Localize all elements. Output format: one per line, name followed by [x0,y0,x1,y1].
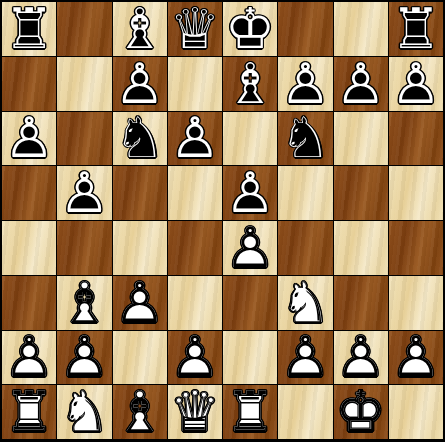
piece-white-pawn[interactable]: ♟♙ [113,276,167,330]
bishop-glyph-detail: ♗ [113,385,167,439]
square-c6[interactable]: ♞♘ [113,112,167,166]
square-d2[interactable]: ♟♙ [168,331,222,385]
square-c5[interactable] [113,166,167,220]
piece-black-pawn[interactable]: ♟♙ [278,57,332,111]
square-a8[interactable]: ♜♖ [2,2,56,56]
square-g5[interactable] [334,166,388,220]
piece-black-knight[interactable]: ♞♘ [113,112,167,166]
pawn-glyph-detail: ♙ [389,331,443,385]
piece-black-rook[interactable]: ♜♖ [2,2,56,56]
pawn-glyph-detail: ♙ [278,57,332,111]
piece-white-rook[interactable]: ♜♖ [223,385,277,439]
square-g6[interactable] [334,112,388,166]
square-c8[interactable]: ♝♗ [113,2,167,56]
piece-white-pawn[interactable]: ♟♙ [2,331,56,385]
piece-white-queen[interactable]: ♛♕ [168,385,222,439]
square-h1[interactable] [389,385,443,439]
knight-glyph-detail: ♘ [113,112,167,166]
pawn-glyph-detail: ♙ [57,166,111,220]
piece-black-pawn[interactable]: ♟♙ [334,57,388,111]
square-b8[interactable] [57,2,111,56]
square-d3[interactable] [168,276,222,330]
pawn-glyph-detail: ♙ [168,112,222,166]
pawn-glyph-detail: ♙ [278,331,332,385]
square-a5[interactable] [2,166,56,220]
square-d7[interactable] [168,57,222,111]
rook-glyph-detail: ♖ [389,2,443,56]
pawn-glyph-detail: ♙ [2,331,56,385]
square-d6[interactable]: ♟♙ [168,112,222,166]
queen-glyph-detail: ♕ [168,2,222,56]
piece-black-bishop[interactable]: ♝♗ [223,57,277,111]
square-d1[interactable]: ♛♕ [168,385,222,439]
pawn-glyph-detail: ♙ [168,331,222,385]
square-c2[interactable] [113,331,167,385]
piece-black-pawn[interactable]: ♟♙ [389,57,443,111]
pawn-glyph-detail: ♙ [334,57,388,111]
piece-white-knight[interactable]: ♞♘ [278,276,332,330]
rook-glyph-detail: ♖ [2,2,56,56]
piece-black-knight[interactable]: ♞♘ [278,112,332,166]
square-c7[interactable]: ♟♙ [113,57,167,111]
pawn-glyph-detail: ♙ [2,112,56,166]
bishop-glyph-detail: ♗ [57,276,111,330]
piece-black-pawn[interactable]: ♟♙ [57,166,111,220]
square-c3[interactable]: ♟♙ [113,276,167,330]
piece-white-king[interactable]: ♚♔ [334,385,388,439]
square-b7[interactable] [57,57,111,111]
square-d5[interactable] [168,166,222,220]
square-g2[interactable]: ♟♙ [334,331,388,385]
pawn-glyph-detail: ♙ [113,57,167,111]
piece-black-king[interactable]: ♚♔ [223,2,277,56]
pawn-glyph-detail: ♙ [389,57,443,111]
square-c1[interactable]: ♝♗ [113,385,167,439]
square-g4[interactable] [334,221,388,275]
square-g1[interactable]: ♚♔ [334,385,388,439]
square-e1[interactable]: ♜♖ [223,385,277,439]
pawn-glyph-detail: ♙ [223,166,277,220]
bishop-glyph-detail: ♗ [113,2,167,56]
square-f5[interactable] [278,166,332,220]
piece-black-rook[interactable]: ♜♖ [389,2,443,56]
square-d4[interactable] [168,221,222,275]
square-a6[interactable]: ♟♙ [2,112,56,166]
square-a1[interactable]: ♜♖ [2,385,56,439]
square-h4[interactable] [389,221,443,275]
square-b6[interactable] [57,112,111,166]
piece-white-pawn[interactable]: ♟♙ [223,221,277,275]
bishop-glyph-detail: ♗ [223,57,277,111]
square-g3[interactable] [334,276,388,330]
piece-white-bishop[interactable]: ♝♗ [113,385,167,439]
square-f7[interactable]: ♟♙ [278,57,332,111]
square-f2[interactable]: ♟♙ [278,331,332,385]
queen-glyph-detail: ♕ [168,385,222,439]
piece-black-pawn[interactable]: ♟♙ [2,112,56,166]
piece-white-pawn[interactable]: ♟♙ [278,331,332,385]
square-h6[interactable] [389,112,443,166]
piece-white-pawn[interactable]: ♟♙ [168,331,222,385]
square-f1[interactable] [278,385,332,439]
square-a7[interactable] [2,57,56,111]
square-g7[interactable]: ♟♙ [334,57,388,111]
rook-glyph-detail: ♖ [223,385,277,439]
square-b4[interactable] [57,221,111,275]
piece-black-pawn[interactable]: ♟♙ [113,57,167,111]
square-f4[interactable] [278,221,332,275]
piece-black-queen[interactable]: ♛♕ [168,2,222,56]
pawn-glyph-detail: ♙ [113,276,167,330]
knight-glyph-detail: ♘ [57,385,111,439]
square-f6[interactable]: ♞♘ [278,112,332,166]
square-g8[interactable] [334,2,388,56]
piece-black-pawn[interactable]: ♟♙ [223,166,277,220]
piece-black-bishop[interactable]: ♝♗ [113,2,167,56]
square-h3[interactable] [389,276,443,330]
piece-white-bishop[interactable]: ♝♗ [57,276,111,330]
king-glyph-detail: ♔ [334,385,388,439]
piece-white-rook[interactable]: ♜♖ [2,385,56,439]
square-f8[interactable] [278,2,332,56]
piece-white-pawn[interactable]: ♟♙ [334,331,388,385]
square-e8[interactable]: ♚♔ [223,2,277,56]
chess-board: ♜♖♝♗♛♕♚♔♜♖♟♙♝♗♟♙♟♙♟♙♟♙♞♘♟♙♞♘♟♙♟♙♟♙♝♗♟♙♞♘… [0,0,445,442]
square-e6[interactable] [223,112,277,166]
square-a3[interactable] [2,276,56,330]
square-d8[interactable]: ♛♕ [168,2,222,56]
square-e2[interactable] [223,331,277,385]
square-b5[interactable]: ♟♙ [57,166,111,220]
square-h7[interactable]: ♟♙ [389,57,443,111]
piece-white-pawn[interactable]: ♟♙ [57,331,111,385]
square-e7[interactable]: ♝♗ [223,57,277,111]
square-h2[interactable]: ♟♙ [389,331,443,385]
piece-white-knight[interactable]: ♞♘ [57,385,111,439]
square-c4[interactable] [113,221,167,275]
pawn-glyph-detail: ♙ [334,331,388,385]
square-a2[interactable]: ♟♙ [2,331,56,385]
piece-black-pawn[interactable]: ♟♙ [168,112,222,166]
square-h5[interactable] [389,166,443,220]
square-b2[interactable]: ♟♙ [57,331,111,385]
pawn-glyph-detail: ♙ [223,221,277,275]
knight-glyph-detail: ♘ [278,112,332,166]
knight-glyph-detail: ♘ [278,276,332,330]
square-a4[interactable] [2,221,56,275]
square-h8[interactable]: ♜♖ [389,2,443,56]
square-e4[interactable]: ♟♙ [223,221,277,275]
piece-white-pawn[interactable]: ♟♙ [389,331,443,385]
pawn-glyph-detail: ♙ [57,331,111,385]
square-e3[interactable] [223,276,277,330]
rook-glyph-detail: ♖ [2,385,56,439]
square-e5[interactable]: ♟♙ [223,166,277,220]
square-f3[interactable]: ♞♘ [278,276,332,330]
square-b1[interactable]: ♞♘ [57,385,111,439]
king-glyph-detail: ♔ [223,2,277,56]
square-b3[interactable]: ♝♗ [57,276,111,330]
